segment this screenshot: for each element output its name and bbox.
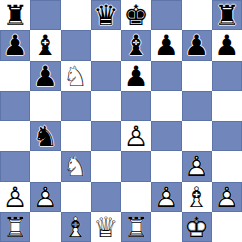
square-e1[interactable]: ♜♖ [121,212,151,242]
square-g4[interactable] [182,121,212,151]
square-b7[interactable]: ♝ [30,30,60,60]
piece-glyph: ♟ [0,31,30,60]
piece-glyph-outline: ♙ [0,183,30,212]
piece-black-pawn[interactable]: ♟ [121,61,151,91]
piece-black-queen[interactable]: ♛ [91,0,121,30]
piece-glyph-outline: ♙ [151,183,181,212]
piece-glyph: ♜ [212,1,242,30]
square-f2[interactable]: ♟♙ [151,182,181,212]
piece-black-rook[interactable]: ♜ [0,0,30,30]
piece-glyph-outline: ♘ [61,62,91,91]
square-a5[interactable] [0,91,30,121]
square-e5[interactable] [121,91,151,121]
piece-glyph-outline: ♘ [61,152,91,181]
piece-glyph-outline: ♖ [0,213,30,242]
piece-black-knight[interactable]: ♞ [30,121,60,151]
square-b1[interactable] [30,212,60,242]
square-e4[interactable]: ♟♙ [121,121,151,151]
square-g3[interactable]: ♟♙ [182,151,212,181]
piece-glyph: ♟ [182,31,212,60]
piece-glyph-outline: ♗ [182,183,212,212]
piece-white-pawn[interactable]: ♟♙ [0,182,30,212]
square-b2[interactable]: ♟♙ [30,182,60,212]
square-a2[interactable]: ♟♙ [0,182,30,212]
square-h6[interactable] [212,61,242,91]
square-d5[interactable] [91,91,121,121]
square-h1[interactable] [212,212,242,242]
square-h4[interactable] [212,121,242,151]
square-f5[interactable] [151,91,181,121]
piece-white-king[interactable]: ♚♔ [182,212,212,242]
piece-glyph: ♟ [30,62,60,91]
piece-glyph-outline: ♙ [182,152,212,181]
piece-white-knight[interactable]: ♞♘ [61,151,91,181]
square-a4[interactable] [0,121,30,151]
piece-glyph: ♜ [0,1,30,30]
square-g5[interactable] [182,91,212,121]
square-a8[interactable]: ♜ [0,0,30,30]
square-c5[interactable] [61,91,91,121]
square-e6[interactable]: ♟ [121,61,151,91]
piece-white-rook[interactable]: ♜♖ [121,212,151,242]
piece-glyph: ♝ [30,31,60,60]
piece-white-pawn[interactable]: ♟♙ [121,121,151,151]
square-h7[interactable]: ♟ [212,30,242,60]
square-c4[interactable] [61,121,91,151]
piece-glyph: ♟ [212,31,242,60]
piece-glyph: ♟ [121,62,151,91]
piece-glyph: ♛ [91,1,121,30]
square-e8[interactable]: ♚ [121,0,151,30]
square-b4[interactable]: ♞ [30,121,60,151]
square-c6[interactable]: ♞♘ [61,61,91,91]
piece-white-pawn[interactable]: ♟♙ [151,182,181,212]
piece-black-rook[interactable]: ♜ [212,0,242,30]
piece-white-bishop[interactable]: ♝♗ [61,212,91,242]
square-e7[interactable]: ♝ [121,30,151,60]
piece-black-pawn[interactable]: ♟ [30,61,60,91]
square-d3[interactable] [91,151,121,181]
piece-white-rook[interactable]: ♜♖ [0,212,30,242]
square-g1[interactable]: ♚♔ [182,212,212,242]
piece-glyph: ♞ [30,122,60,151]
piece-black-bishop[interactable]: ♝ [30,30,60,60]
square-g6[interactable] [182,61,212,91]
square-c2[interactable] [61,182,91,212]
piece-white-pawn[interactable]: ♟♙ [30,182,60,212]
square-b3[interactable] [30,151,60,181]
square-e3[interactable] [121,151,151,181]
square-f7[interactable]: ♟ [151,30,181,60]
square-e2[interactable] [121,182,151,212]
square-g2[interactable]: ♝♗ [182,182,212,212]
square-f6[interactable] [151,61,181,91]
piece-white-pawn[interactable]: ♟♙ [212,182,242,212]
piece-glyph: ♚ [121,1,151,30]
piece-glyph: ♟ [151,31,181,60]
square-a7[interactable]: ♟ [0,30,30,60]
piece-black-bishop[interactable]: ♝ [121,30,151,60]
piece-glyph-outline: ♙ [30,183,60,212]
piece-glyph: ♝ [121,31,151,60]
square-a3[interactable] [0,151,30,181]
piece-glyph-outline: ♗ [61,213,91,242]
square-d4[interactable] [91,121,121,151]
square-c3[interactable]: ♞♘ [61,151,91,181]
piece-glyph-outline: ♙ [212,183,242,212]
square-g7[interactable]: ♟ [182,30,212,60]
chess-board: ♜♛♚♜♟♝♝♟♟♟♟♞♘♟♞♟♙♞♘♟♙♟♙♟♙♟♙♝♗♟♙♜♖♝♗♛♕♜♖♚… [0,0,242,242]
square-f3[interactable] [151,151,181,181]
square-b5[interactable] [30,91,60,121]
square-h5[interactable] [212,91,242,121]
square-f8[interactable] [151,0,181,30]
square-g8[interactable] [182,0,212,30]
piece-white-pawn[interactable]: ♟♙ [182,151,212,181]
piece-glyph-outline: ♙ [121,122,151,151]
piece-white-bishop[interactable]: ♝♗ [182,182,212,212]
square-f4[interactable] [151,121,181,151]
piece-black-pawn[interactable]: ♟ [182,30,212,60]
square-d8[interactable]: ♛ [91,0,121,30]
piece-glyph-outline: ♕ [91,213,121,242]
square-b6[interactable]: ♟ [30,61,60,91]
piece-black-pawn[interactable]: ♟ [0,30,30,60]
piece-black-pawn[interactable]: ♟ [212,30,242,60]
square-c1[interactable]: ♝♗ [61,212,91,242]
piece-black-pawn[interactable]: ♟ [151,30,181,60]
square-a6[interactable] [0,61,30,91]
square-b8[interactable] [30,0,60,30]
square-c8[interactable] [61,0,91,30]
square-d2[interactable] [91,182,121,212]
square-d1[interactable]: ♛♕ [91,212,121,242]
square-h8[interactable]: ♜ [212,0,242,30]
piece-glyph-outline: ♔ [182,213,212,242]
square-c7[interactable] [61,30,91,60]
piece-black-king[interactable]: ♚ [121,0,151,30]
square-d6[interactable] [91,61,121,91]
piece-white-queen[interactable]: ♛♕ [91,212,121,242]
square-h3[interactable] [212,151,242,181]
piece-glyph-outline: ♖ [121,213,151,242]
square-f1[interactable] [151,212,181,242]
square-h2[interactable]: ♟♙ [212,182,242,212]
piece-white-knight[interactable]: ♞♘ [61,61,91,91]
square-d7[interactable] [91,30,121,60]
square-a1[interactable]: ♜♖ [0,212,30,242]
